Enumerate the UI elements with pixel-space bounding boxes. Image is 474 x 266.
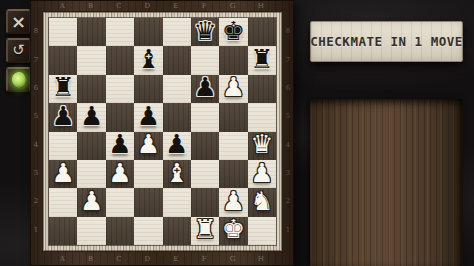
file-label-h: H [247, 0, 275, 11]
square-h6[interactable] [248, 75, 276, 103]
square-a1[interactable] [49, 217, 77, 245]
rank-label-4: 4 [30, 131, 42, 159]
file-labels-top: ABCDEFGH [48, 0, 275, 11]
square-h8[interactable] [248, 18, 276, 46]
file-label-g: G [218, 0, 246, 11]
piece-white-pawn-g6[interactable]: ♟ [222, 74, 245, 100]
square-h3[interactable]: ♟ [248, 160, 276, 188]
file-label-b: B [76, 253, 104, 265]
file-label-h: H [247, 253, 275, 265]
file-label-g: G [218, 253, 246, 265]
rank-label-6: 6 [30, 74, 42, 102]
square-f6[interactable]: ♟ [191, 75, 219, 103]
chess-board-frame: ABCDEFGH ABCDEFGH 87654321 87654321 ♛♚♝♜… [30, 0, 294, 266]
square-h1[interactable] [248, 217, 276, 245]
square-e2[interactable] [163, 188, 191, 216]
close-button[interactable]: × [6, 9, 31, 34]
piece-white-pawn-b2[interactable]: ♟ [80, 188, 103, 214]
chess-board: ♛♚♝♜♜♟♟♟♟♟♟♟♟♛♟♟♝♟♟♟♞♜♚ [49, 18, 276, 245]
file-labels-bottom: ABCDEFGH [48, 253, 275, 265]
square-d1[interactable] [134, 217, 162, 245]
hint-button[interactable] [6, 67, 31, 92]
square-f2[interactable] [191, 188, 219, 216]
square-c2[interactable] [106, 188, 134, 216]
square-f3[interactable] [191, 160, 219, 188]
square-b5[interactable]: ♟ [77, 103, 105, 131]
square-c3[interactable]: ♟ [106, 160, 134, 188]
piece-white-pawn-d4[interactable]: ♟ [137, 131, 160, 157]
rank-label-5: 5 [282, 102, 294, 130]
undo-button[interactable]: ↺ [6, 38, 31, 63]
square-e4[interactable]: ♟ [163, 132, 191, 160]
board-inlay-border: ♛♚♝♜♜♟♟♟♟♟♟♟♟♛♟♟♝♟♟♟♞♜♚ [42, 11, 283, 252]
rank-labels-right: 87654321 [282, 17, 294, 244]
square-a6[interactable]: ♜ [49, 75, 77, 103]
piece-black-bishop-d7[interactable]: ♝ [137, 46, 160, 72]
square-b8[interactable] [77, 18, 105, 46]
square-c7[interactable] [106, 46, 134, 74]
square-d5[interactable]: ♟ [134, 103, 162, 131]
puzzle-objective-sign: CHECKMATE IN 1 MOVE [310, 21, 463, 62]
rank-labels-left: 87654321 [30, 17, 42, 244]
piece-black-pawn-f6[interactable]: ♟ [193, 74, 216, 100]
square-e8[interactable] [163, 18, 191, 46]
square-d7[interactable]: ♝ [134, 46, 162, 74]
square-e5[interactable] [163, 103, 191, 131]
square-e1[interactable] [163, 217, 191, 245]
piece-black-pawn-a5[interactable]: ♟ [52, 103, 75, 129]
rank-label-2: 2 [30, 187, 42, 215]
rank-label-3: 3 [30, 159, 42, 187]
chess-puzzle-screen: × ↺ ABCDEFGH ABCDEFGH 87654321 87654321 … [0, 0, 474, 266]
square-a3[interactable]: ♟ [49, 160, 77, 188]
square-f8[interactable]: ♛ [191, 18, 219, 46]
square-b2[interactable]: ♟ [77, 188, 105, 216]
square-a7[interactable] [49, 46, 77, 74]
rank-label-1: 1 [282, 216, 294, 244]
square-a4[interactable] [49, 132, 77, 160]
file-label-c: C [105, 253, 133, 265]
file-label-c: C [105, 0, 133, 11]
square-a2[interactable] [49, 188, 77, 216]
puzzle-objective-text: CHECKMATE IN 1 MOVE [310, 34, 463, 49]
square-h7[interactable]: ♜ [248, 46, 276, 74]
rank-label-8: 8 [282, 17, 294, 45]
file-label-a: A [48, 253, 76, 265]
square-e3[interactable]: ♝ [163, 160, 191, 188]
square-g8[interactable]: ♚ [219, 18, 247, 46]
square-h2[interactable]: ♞ [248, 188, 276, 216]
square-e6[interactable] [163, 75, 191, 103]
square-f1[interactable]: ♜ [191, 217, 219, 245]
square-c1[interactable] [106, 217, 134, 245]
file-label-a: A [48, 0, 76, 11]
square-c4[interactable]: ♟ [106, 132, 134, 160]
square-a5[interactable]: ♟ [49, 103, 77, 131]
square-d2[interactable] [134, 188, 162, 216]
piece-black-rook-h7[interactable]: ♜ [250, 46, 273, 72]
piece-black-pawn-c4[interactable]: ♟ [108, 131, 131, 157]
square-a8[interactable] [49, 18, 77, 46]
square-f4[interactable] [191, 132, 219, 160]
square-d8[interactable] [134, 18, 162, 46]
rank-label-7: 7 [30, 45, 42, 73]
piece-white-queen-h4[interactable]: ♛ [250, 131, 273, 157]
rank-label-1: 1 [30, 216, 42, 244]
square-g4[interactable] [219, 132, 247, 160]
square-b7[interactable] [77, 46, 105, 74]
rank-label-5: 5 [30, 102, 42, 130]
square-b4[interactable] [77, 132, 105, 160]
square-g3[interactable] [219, 160, 247, 188]
rank-label-8: 8 [30, 17, 42, 45]
piece-white-bishop-e3[interactable]: ♝ [165, 160, 188, 186]
square-c5[interactable] [106, 103, 134, 131]
rank-label-6: 6 [282, 74, 294, 102]
square-f5[interactable] [191, 103, 219, 131]
piece-black-pawn-e4[interactable]: ♟ [165, 131, 188, 157]
file-label-e: E [162, 253, 190, 265]
piece-white-rook-f1[interactable]: ♜ [193, 216, 216, 242]
square-g6[interactable]: ♟ [219, 75, 247, 103]
square-h5[interactable] [248, 103, 276, 131]
file-label-e: E [162, 0, 190, 11]
undo-icon: ↺ [12, 43, 25, 58]
square-c8[interactable] [106, 18, 134, 46]
file-label-f: F [190, 253, 218, 265]
square-d4[interactable]: ♟ [134, 132, 162, 160]
square-c6[interactable] [106, 75, 134, 103]
square-b3[interactable] [77, 160, 105, 188]
piece-white-pawn-g2[interactable]: ♟ [222, 188, 245, 214]
piece-white-knight-h2[interactable]: ♞ [250, 188, 273, 214]
rank-label-7: 7 [282, 45, 294, 73]
piece-white-pawn-c3[interactable]: ♟ [108, 160, 131, 186]
piece-black-queen-f8[interactable]: ♛ [193, 18, 216, 44]
square-f7[interactable] [191, 46, 219, 74]
piece-black-king-g8[interactable]: ♚ [222, 18, 245, 44]
square-g7[interactable] [219, 46, 247, 74]
piece-black-pawn-d5[interactable]: ♟ [137, 103, 160, 129]
square-e7[interactable] [163, 46, 191, 74]
rank-label-4: 4 [282, 131, 294, 159]
piece-white-king-g1[interactable]: ♚ [222, 216, 245, 242]
file-label-b: B [76, 0, 104, 11]
square-d6[interactable] [134, 75, 162, 103]
close-icon: × [11, 13, 26, 31]
square-d3[interactable] [134, 160, 162, 188]
piece-white-pawn-h3[interactable]: ♟ [250, 160, 273, 186]
square-g5[interactable] [219, 103, 247, 131]
piece-white-pawn-a3[interactable]: ♟ [52, 160, 75, 186]
rank-label-2: 2 [282, 187, 294, 215]
file-label-f: F [190, 0, 218, 11]
file-label-d: D [133, 0, 161, 11]
rank-label-3: 3 [282, 159, 294, 187]
captured-pieces-panel [310, 99, 463, 266]
square-b6[interactable] [77, 75, 105, 103]
piece-black-rook-a6[interactable]: ♜ [52, 74, 75, 100]
square-g1[interactable]: ♚ [219, 217, 247, 245]
square-b1[interactable] [77, 217, 105, 245]
square-h4[interactable]: ♛ [248, 132, 276, 160]
hint-icon [10, 70, 27, 89]
piece-black-pawn-b5[interactable]: ♟ [80, 103, 103, 129]
file-label-d: D [133, 253, 161, 265]
square-g2[interactable]: ♟ [219, 188, 247, 216]
